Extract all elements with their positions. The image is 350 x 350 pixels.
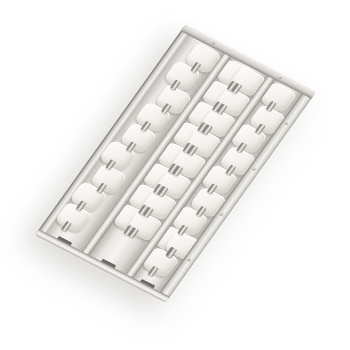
rivet-icon [211,41,216,45]
rivet-icon [219,212,224,216]
rivet-icon [252,167,257,171]
rivet-icon [187,258,192,262]
product-photo [0,0,350,350]
briquette-tray [35,25,316,303]
rivet-icon [278,75,283,79]
rivet-icon [284,122,289,126]
